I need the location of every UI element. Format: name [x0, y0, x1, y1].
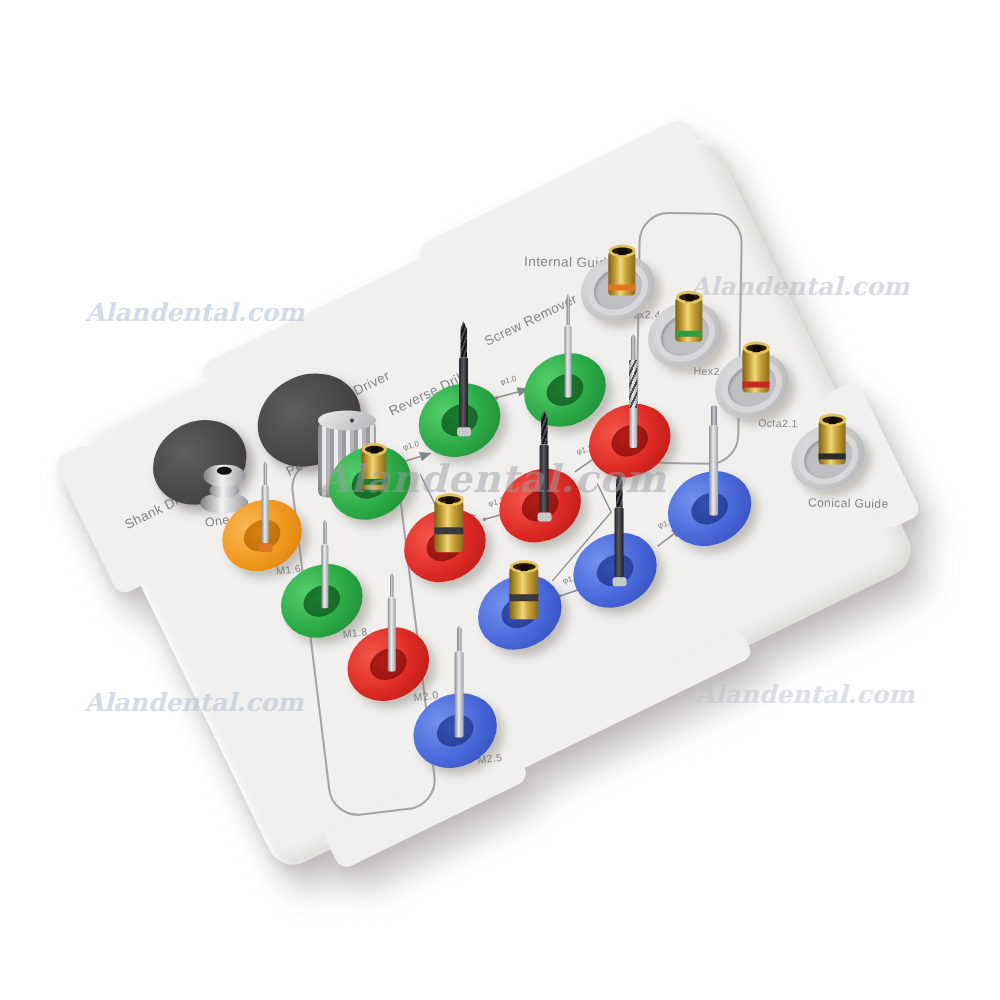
silver-drill	[321, 544, 328, 608]
gold-sleeve	[819, 418, 846, 464]
gold-sleeve	[608, 250, 635, 296]
label-conical-guide: Conical Guide	[808, 496, 889, 511]
silver-drill	[262, 485, 269, 543]
tray: φ1.0 φ1.0 φ1.2 φ1.2 φ1.4 φ1.4 Shank Driv…	[71, 131, 920, 874]
tray-wrapper: φ1.0 φ1.0 φ1.2 φ1.2 φ1.4 φ1.4 Shank Driv…	[0, 0, 1000, 1000]
chrome-knob	[200, 465, 248, 513]
gold-sleeve	[361, 448, 386, 490]
gold-sleeve	[509, 565, 538, 619]
dark-drill	[540, 445, 549, 513]
silver-drill	[388, 597, 396, 671]
silver-drill	[565, 325, 572, 397]
silver-drill	[709, 426, 718, 516]
silver-drill	[455, 652, 464, 738]
gold-sleeve	[434, 498, 463, 552]
silver-drill	[629, 360, 637, 448]
label-octa21: Octa2.1	[758, 417, 798, 430]
dark-drill	[459, 357, 468, 427]
gold-sleeve	[742, 347, 769, 393]
kit-photo: Alandental.com Alandental.com Alandental…	[0, 0, 1000, 1000]
gold-sleeve	[675, 296, 702, 342]
dark-drill	[615, 507, 624, 577]
